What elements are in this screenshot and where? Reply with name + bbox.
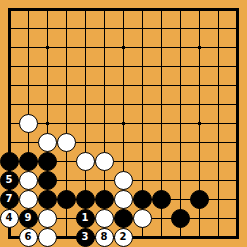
white-stone (38, 209, 57, 228)
grid-line-vertical (180, 8, 181, 239)
grid-line-vertical (218, 8, 219, 239)
black-stone (38, 190, 57, 209)
black-stone (38, 152, 57, 171)
black-stone-move-1: 1 (76, 209, 95, 228)
black-stone (152, 190, 171, 209)
black-stone-move-9: 9 (19, 209, 38, 228)
white-stone (19, 171, 38, 190)
white-stone-move-8: 8 (95, 228, 114, 247)
black-stone (190, 190, 209, 209)
black-stone-move-7: 7 (0, 190, 19, 209)
white-stone (38, 133, 57, 152)
go-board: 574916382 (0, 0, 247, 247)
grid-line-vertical (236, 8, 239, 239)
star-point (46, 122, 49, 125)
white-stone (133, 209, 152, 228)
black-stone-move-3: 3 (76, 228, 95, 247)
star-point (46, 46, 49, 49)
black-stone (76, 190, 95, 209)
white-stone (19, 190, 38, 209)
white-stone-move-6: 6 (19, 228, 38, 247)
white-stone (76, 152, 95, 171)
star-point (198, 122, 201, 125)
white-stone (114, 171, 133, 190)
white-stone (95, 209, 114, 228)
white-stone (19, 114, 38, 133)
white-stone (38, 228, 57, 247)
black-stone (95, 190, 114, 209)
star-point (122, 46, 125, 49)
white-stone-move-2: 2 (114, 228, 133, 247)
black-stone (114, 209, 133, 228)
star-point (122, 122, 125, 125)
black-stone (133, 190, 152, 209)
white-stone (57, 133, 76, 152)
black-stone (38, 171, 57, 190)
black-stone-move-5: 5 (0, 171, 19, 190)
black-stone (171, 209, 190, 228)
white-stone (114, 190, 133, 209)
black-stone (0, 152, 19, 171)
white-stone-move-4: 4 (0, 209, 19, 228)
star-point (198, 46, 201, 49)
black-stone (57, 190, 76, 209)
black-stone (19, 152, 38, 171)
white-stone (95, 152, 114, 171)
